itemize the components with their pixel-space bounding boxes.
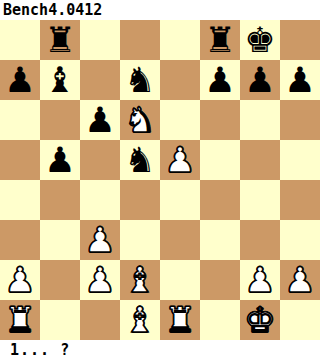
square-h8[interactable] — [280, 20, 320, 60]
square-c8[interactable] — [80, 20, 120, 60]
square-f2[interactable] — [200, 260, 240, 300]
square-d8[interactable] — [120, 20, 160, 60]
square-c4[interactable] — [80, 180, 120, 220]
move-prompt: 1... ? — [0, 340, 320, 360]
square-e1[interactable]: ♜ — [160, 300, 200, 340]
square-b8[interactable]: ♜ — [40, 20, 80, 60]
piece-black-pawn[interactable]: ♟ — [0, 60, 40, 100]
piece-white-rook[interactable]: ♜ — [160, 300, 200, 340]
square-e8[interactable] — [160, 20, 200, 60]
square-d3[interactable] — [120, 220, 160, 260]
square-e7[interactable] — [160, 60, 200, 100]
square-e3[interactable] — [160, 220, 200, 260]
piece-white-bishop[interactable]: ♝ — [120, 300, 160, 340]
square-d5[interactable]: ♞ — [120, 140, 160, 180]
square-h6[interactable] — [280, 100, 320, 140]
piece-black-king[interactable]: ♚ — [240, 20, 280, 60]
piece-white-king[interactable]: ♚ — [240, 300, 280, 340]
square-g1[interactable]: ♚ — [240, 300, 280, 340]
square-c1[interactable] — [80, 300, 120, 340]
chess-board: ♜♜♚♟♝♞♟♟♟♟♞♟♞♟♟♟♟♝♟♟♜♝♜♚ — [0, 20, 320, 340]
square-d2[interactable]: ♝ — [120, 260, 160, 300]
piece-white-pawn[interactable]: ♟ — [160, 140, 200, 180]
square-c6[interactable]: ♟ — [80, 100, 120, 140]
square-f1[interactable] — [200, 300, 240, 340]
square-a1[interactable]: ♜ — [0, 300, 40, 340]
square-f8[interactable]: ♜ — [200, 20, 240, 60]
piece-black-bishop[interactable]: ♝ — [40, 60, 80, 100]
square-g5[interactable] — [240, 140, 280, 180]
square-f5[interactable] — [200, 140, 240, 180]
piece-black-pawn[interactable]: ♟ — [80, 100, 120, 140]
piece-white-pawn[interactable]: ♟ — [80, 260, 120, 300]
chess-app-window: Bench4.0412 ♜♜♚♟♝♞♟♟♟♟♞♟♞♟♟♟♟♝♟♟♜♝♜♚ 1..… — [0, 0, 320, 360]
square-f3[interactable] — [200, 220, 240, 260]
square-h4[interactable] — [280, 180, 320, 220]
square-d1[interactable]: ♝ — [120, 300, 160, 340]
square-a4[interactable] — [0, 180, 40, 220]
square-d4[interactable] — [120, 180, 160, 220]
piece-white-pawn[interactable]: ♟ — [280, 260, 320, 300]
piece-black-pawn[interactable]: ♟ — [40, 140, 80, 180]
piece-black-knight[interactable]: ♞ — [120, 60, 160, 100]
square-g8[interactable]: ♚ — [240, 20, 280, 60]
square-c2[interactable]: ♟ — [80, 260, 120, 300]
square-g7[interactable]: ♟ — [240, 60, 280, 100]
square-d6[interactable]: ♞ — [120, 100, 160, 140]
piece-black-knight[interactable]: ♞ — [120, 140, 160, 180]
square-b2[interactable] — [40, 260, 80, 300]
square-e5[interactable]: ♟ — [160, 140, 200, 180]
square-a3[interactable] — [0, 220, 40, 260]
square-h5[interactable] — [280, 140, 320, 180]
piece-white-bishop[interactable]: ♝ — [120, 260, 160, 300]
piece-black-rook[interactable]: ♜ — [40, 20, 80, 60]
square-h1[interactable] — [280, 300, 320, 340]
square-b4[interactable] — [40, 180, 80, 220]
square-b1[interactable] — [40, 300, 80, 340]
piece-white-knight[interactable]: ♞ — [120, 100, 160, 140]
square-h7[interactable]: ♟ — [280, 60, 320, 100]
piece-black-pawn[interactable]: ♟ — [200, 60, 240, 100]
square-a6[interactable] — [0, 100, 40, 140]
piece-black-pawn[interactable]: ♟ — [280, 60, 320, 100]
square-f6[interactable] — [200, 100, 240, 140]
square-g3[interactable] — [240, 220, 280, 260]
square-a8[interactable] — [0, 20, 40, 60]
square-h3[interactable] — [280, 220, 320, 260]
square-c7[interactable] — [80, 60, 120, 100]
piece-white-pawn[interactable]: ♟ — [80, 220, 120, 260]
piece-white-rook[interactable]: ♜ — [0, 300, 40, 340]
square-a2[interactable]: ♟ — [0, 260, 40, 300]
square-g2[interactable]: ♟ — [240, 260, 280, 300]
square-b3[interactable] — [40, 220, 80, 260]
piece-black-rook[interactable]: ♜ — [200, 20, 240, 60]
page-title: Bench4.0412 — [0, 0, 320, 20]
square-e6[interactable] — [160, 100, 200, 140]
square-b6[interactable] — [40, 100, 80, 140]
square-e2[interactable] — [160, 260, 200, 300]
square-a7[interactable]: ♟ — [0, 60, 40, 100]
square-a5[interactable] — [0, 140, 40, 180]
square-b5[interactable]: ♟ — [40, 140, 80, 180]
piece-black-pawn[interactable]: ♟ — [240, 60, 280, 100]
piece-white-pawn[interactable]: ♟ — [240, 260, 280, 300]
square-g6[interactable] — [240, 100, 280, 140]
square-d7[interactable]: ♞ — [120, 60, 160, 100]
square-g4[interactable] — [240, 180, 280, 220]
square-h2[interactable]: ♟ — [280, 260, 320, 300]
square-c5[interactable] — [80, 140, 120, 180]
square-f4[interactable] — [200, 180, 240, 220]
square-f7[interactable]: ♟ — [200, 60, 240, 100]
piece-white-pawn[interactable]: ♟ — [0, 260, 40, 300]
square-b7[interactable]: ♝ — [40, 60, 80, 100]
square-c3[interactable]: ♟ — [80, 220, 120, 260]
square-e4[interactable] — [160, 180, 200, 220]
